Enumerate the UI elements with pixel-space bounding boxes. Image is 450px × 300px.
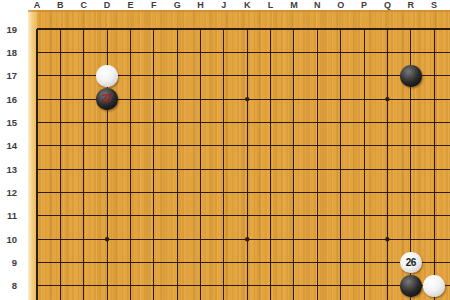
row-label-18: 18 <box>0 47 17 58</box>
stone-move-number: 26 <box>406 258 416 268</box>
black-stone-R17 <box>400 65 422 87</box>
stone-move-number: 27 <box>102 94 112 104</box>
row-label-11: 11 <box>0 210 17 221</box>
column-label-Q: Q <box>377 0 397 10</box>
row-label-15: 15 <box>0 117 17 128</box>
row-label-12: 12 <box>0 187 17 198</box>
row-label-13: 13 <box>0 164 17 175</box>
row-label-8: 8 <box>0 280 17 291</box>
column-label-S: S <box>424 0 444 10</box>
column-label-P: P <box>354 0 374 10</box>
row-label-9: 9 <box>0 257 17 268</box>
column-label-C: C <box>74 0 94 10</box>
white-stone-R9: 26 <box>400 252 422 274</box>
white-stone-S8 <box>423 275 445 297</box>
row-label-10: 10 <box>0 234 17 245</box>
column-label-K: K <box>237 0 257 10</box>
column-label-H: H <box>191 0 211 10</box>
column-label-E: E <box>120 0 140 10</box>
column-label-A: A <box>27 0 47 10</box>
row-label-17: 17 <box>0 70 17 81</box>
column-label-F: F <box>144 0 164 10</box>
column-label-O: O <box>331 0 351 10</box>
row-label-14: 14 <box>0 140 17 151</box>
row-label-19: 19 <box>0 24 17 35</box>
column-label-L: L <box>261 0 281 10</box>
row-label-16: 16 <box>0 94 17 105</box>
column-label-G: G <box>167 0 187 10</box>
stone-layer: 2726 <box>28 17 450 300</box>
black-stone-D16: 27 <box>96 88 118 110</box>
white-stone-D17 <box>96 65 118 87</box>
column-label-R: R <box>401 0 421 10</box>
column-label-M: M <box>284 0 304 10</box>
black-stone-R8 <box>400 275 422 297</box>
column-label-J: J <box>214 0 234 10</box>
go-board[interactable]: 2726 <box>28 10 450 300</box>
column-label-D: D <box>97 0 117 10</box>
column-label-B: B <box>50 0 70 10</box>
go-board-screenshot: 2726 ABCDEFGHJKLMNOPQRS 1918171615141312… <box>0 0 450 300</box>
column-label-N: N <box>307 0 327 10</box>
